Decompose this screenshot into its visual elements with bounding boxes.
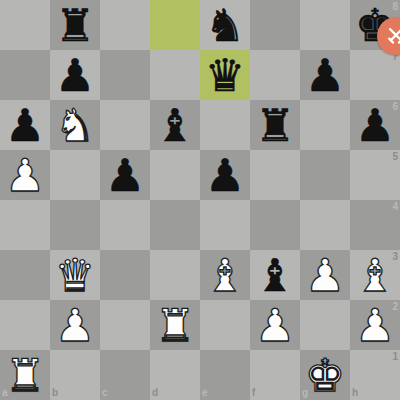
square-d1[interactable]: d: [150, 350, 200, 400]
square-g4[interactable]: [300, 200, 350, 250]
square-a2[interactable]: [0, 300, 50, 350]
square-e5[interactable]: ♟: [200, 150, 250, 200]
piece-black-rook-f6[interactable]: ♜: [250, 100, 300, 150]
square-c6[interactable]: [100, 100, 150, 150]
chess-board: ♜♞♚8♟♛♟7♟♞♝♜♟6♟♟♟54♛♝♝♟♝3♟♜♟♟2♜abcdef♚gh…: [0, 0, 400, 400]
piece-black-queen-e7[interactable]: ♛: [200, 50, 250, 100]
square-g8[interactable]: [300, 0, 350, 50]
square-h6[interactable]: ♟6: [350, 100, 400, 150]
square-e6[interactable]: [200, 100, 250, 150]
square-h7[interactable]: 7: [350, 50, 400, 100]
piece-black-pawn-c5[interactable]: ♟: [100, 150, 150, 200]
square-a1[interactable]: ♜a: [0, 350, 50, 400]
rank-label-6: 6: [392, 102, 398, 112]
piece-black-knight-e8[interactable]: ♞: [200, 0, 250, 50]
square-e2[interactable]: [200, 300, 250, 350]
square-f1[interactable]: f: [250, 350, 300, 400]
square-b4[interactable]: [50, 200, 100, 250]
square-g2[interactable]: [300, 300, 350, 350]
piece-white-queen-b3[interactable]: ♛: [50, 250, 100, 300]
square-b8[interactable]: ♜: [50, 0, 100, 50]
square-f7[interactable]: [250, 50, 300, 100]
piece-black-pawn-g7[interactable]: ♟: [300, 50, 350, 100]
square-b5[interactable]: [50, 150, 100, 200]
square-d4[interactable]: [150, 200, 200, 250]
square-c4[interactable]: [100, 200, 150, 250]
square-g1[interactable]: ♚g: [300, 350, 350, 400]
square-f2[interactable]: ♟: [250, 300, 300, 350]
piece-white-pawn-g3[interactable]: ♟: [300, 250, 350, 300]
file-label-d: d: [152, 388, 158, 398]
square-h1[interactable]: h1: [350, 350, 400, 400]
piece-black-pawn-a6[interactable]: ♟: [0, 100, 50, 150]
square-a5[interactable]: ♟: [0, 150, 50, 200]
piece-black-bishop-f3[interactable]: ♝: [250, 250, 300, 300]
square-b7[interactable]: ♟: [50, 50, 100, 100]
square-e1[interactable]: e: [200, 350, 250, 400]
piece-white-knight-b6[interactable]: ♞: [50, 100, 100, 150]
piece-black-rook-b8[interactable]: ♜: [50, 0, 100, 50]
square-e4[interactable]: [200, 200, 250, 250]
rank-label-3: 3: [392, 252, 398, 262]
square-f3[interactable]: ♝: [250, 250, 300, 300]
rank-label-2: 2: [392, 302, 398, 312]
file-label-f: f: [252, 388, 255, 398]
crossed-swords-icon: [385, 25, 400, 47]
square-e7[interactable]: ♛: [200, 50, 250, 100]
square-c8[interactable]: [100, 0, 150, 50]
piece-white-bishop-e3[interactable]: ♝: [200, 250, 250, 300]
square-h4[interactable]: 4: [350, 200, 400, 250]
square-g3[interactable]: ♟: [300, 250, 350, 300]
square-d3[interactable]: [150, 250, 200, 300]
rank-label-8: 8: [392, 2, 398, 12]
file-label-e: e: [202, 388, 208, 398]
file-label-b: b: [52, 388, 58, 398]
piece-black-pawn-b7[interactable]: ♟: [50, 50, 100, 100]
square-c2[interactable]: [100, 300, 150, 350]
square-g5[interactable]: [300, 150, 350, 200]
rank-label-5: 5: [392, 152, 398, 162]
square-e8[interactable]: ♞: [200, 0, 250, 50]
square-a3[interactable]: [0, 250, 50, 300]
file-label-c: c: [102, 388, 108, 398]
square-a8[interactable]: [0, 0, 50, 50]
square-h2[interactable]: ♟2: [350, 300, 400, 350]
file-label-a: a: [2, 388, 8, 398]
square-c3[interactable]: [100, 250, 150, 300]
piece-white-pawn-f2[interactable]: ♟: [250, 300, 300, 350]
square-b6[interactable]: ♞: [50, 100, 100, 150]
piece-white-rook-d2[interactable]: ♜: [150, 300, 200, 350]
square-g6[interactable]: [300, 100, 350, 150]
piece-black-pawn-e5[interactable]: ♟: [200, 150, 250, 200]
square-g7[interactable]: ♟: [300, 50, 350, 100]
square-d2[interactable]: ♜: [150, 300, 200, 350]
piece-white-pawn-a5[interactable]: ♟: [0, 150, 50, 200]
square-b1[interactable]: b: [50, 350, 100, 400]
square-d5[interactable]: [150, 150, 200, 200]
square-d8[interactable]: [150, 0, 200, 50]
square-a7[interactable]: [0, 50, 50, 100]
square-e3[interactable]: ♝: [200, 250, 250, 300]
square-f5[interactable]: [250, 150, 300, 200]
square-a6[interactable]: ♟: [0, 100, 50, 150]
square-c1[interactable]: c: [100, 350, 150, 400]
square-f4[interactable]: [250, 200, 300, 250]
square-f8[interactable]: [250, 0, 300, 50]
square-b3[interactable]: ♛: [50, 250, 100, 300]
square-h3[interactable]: ♝3: [350, 250, 400, 300]
square-a4[interactable]: [0, 200, 50, 250]
square-b2[interactable]: ♟: [50, 300, 100, 350]
square-f6[interactable]: ♜: [250, 100, 300, 150]
square-h5[interactable]: 5: [350, 150, 400, 200]
square-d7[interactable]: [150, 50, 200, 100]
rank-label-1: 1: [392, 352, 398, 362]
piece-black-bishop-d6[interactable]: ♝: [150, 100, 200, 150]
file-label-g: g: [302, 388, 308, 398]
file-label-h: h: [352, 388, 358, 398]
square-c5[interactable]: ♟: [100, 150, 150, 200]
piece-white-pawn-b2[interactable]: ♟: [50, 300, 100, 350]
square-c7[interactable]: [100, 50, 150, 100]
rank-label-4: 4: [392, 202, 398, 212]
square-d6[interactable]: ♝: [150, 100, 200, 150]
